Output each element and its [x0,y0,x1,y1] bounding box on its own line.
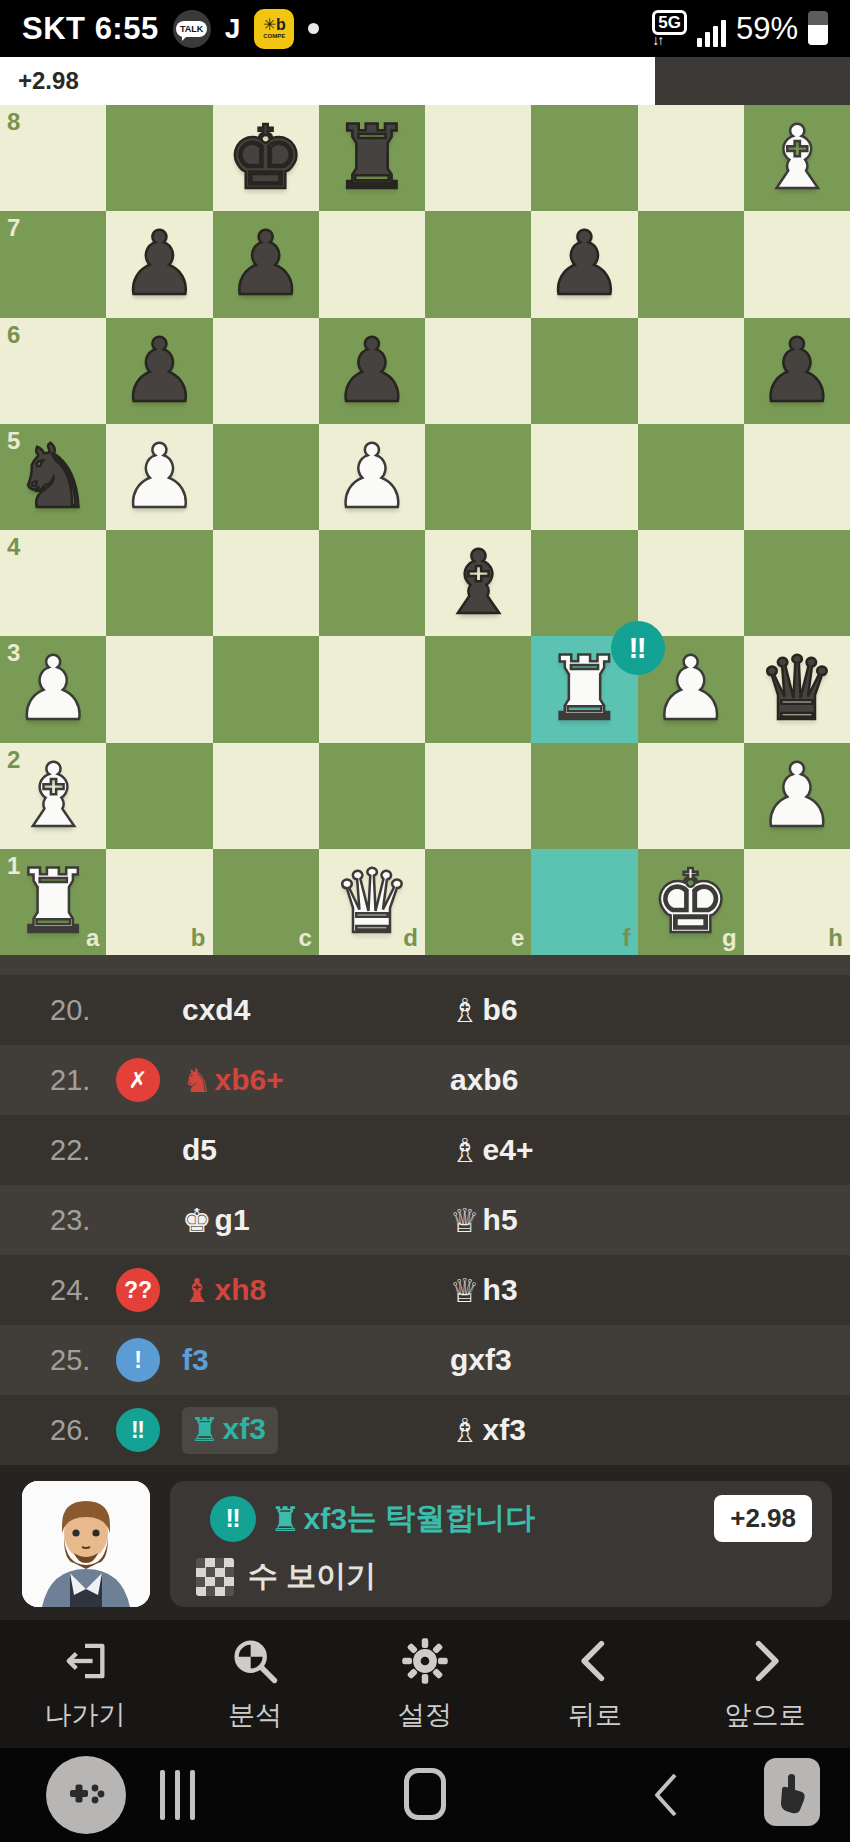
move-row-partial [0,955,850,975]
board-square-c4[interactable] [213,530,319,636]
board-square-a5[interactable]: 5♞ [0,424,106,530]
piece-icon: ♗ [450,1411,480,1450]
board-square-b3[interactable] [106,636,212,742]
show-moves-row[interactable]: 수 보이기 [196,1556,812,1597]
move-text: xb6+ [215,1063,284,1097]
piece-icon: ♜ [190,1410,220,1449]
board-square-h1[interactable]: h [744,849,850,955]
board-square-h6[interactable]: ♟ [744,318,850,424]
move-badge-slot: ! [116,1338,182,1382]
analysis-button[interactable]: 분석 [170,1620,340,1748]
move-text: xf3 [223,1412,266,1446]
board-square-g8[interactable] [638,105,744,211]
board-square-a3[interactable]: 3♟ [0,636,106,742]
rank-label: 2 [7,746,20,774]
black-pawn-b6[interactable]: ♟ [106,318,212,424]
board-brilliant-badge: ‼ [611,621,665,675]
board-square-d3[interactable] [319,636,425,742]
move-badge-slot: ‼ [116,1408,182,1452]
rank-label: 6 [7,321,20,349]
board-square-e8[interactable] [425,105,531,211]
analysis-magnifier-icon [229,1635,281,1687]
rank-label: 5 [7,427,20,455]
rook-icon: ♜ [270,1499,300,1539]
move-row-21: 21.✗♞xb6+axb6 [0,1045,850,1115]
board-square-b8[interactable] [106,105,212,211]
chess-board[interactable]: 8♚♜♝7♟♟♟6♟♟♟5♞♟♟4♝3♟♜♟♛2♝♟1a♜bcd♛efg♚h‼ [0,105,850,955]
game-controller-icon [62,1771,110,1819]
yellow-app-notification-icon: ✳bCOMPE [254,9,294,49]
network-5g-icon: 5G ↓↑ [652,10,687,47]
piece-icon: ♝ [182,1271,212,1310]
move-black[interactable]: axb6 [450,1063,850,1097]
black-pawn-d6[interactable]: ♟ [319,318,425,424]
white-pawn-b5[interactable]: ♟ [106,424,212,530]
board-square-g1[interactable]: g♚ [638,849,744,955]
board-square-c6[interactable] [213,318,319,424]
black-pawn-b7[interactable]: ♟ [106,211,212,317]
evaluation-bar-white-portion: +2.98 [0,57,655,105]
move-black[interactable]: ♗e4+ [450,1131,850,1170]
coach-comment-text: ♜xf3 는 탁월합니다 [270,1498,535,1539]
status-right: 5G ↓↑ 59% [652,10,828,47]
piece-icon: ♕ [450,1271,480,1310]
move-text: d5 [182,1133,217,1167]
black-pawn-h6[interactable]: ♟ [744,318,850,424]
battery-percent: 59% [736,11,798,47]
move-classification-good-icon: ! [116,1338,160,1382]
board-square-e4[interactable]: ♝ [425,530,531,636]
board-square-d2[interactable] [319,743,425,849]
move-row-23: 23.♚g1♕h5 [0,1185,850,1255]
board-square-c5[interactable] [213,424,319,530]
move-black[interactable]: ♕h3 [450,1271,850,1310]
move-classification-brilliant-icon: ‼ [116,1408,160,1452]
j-notification-icon: J [225,13,241,45]
move-number: 24. [50,1274,116,1307]
board-square-h3[interactable]: ♛ [744,636,850,742]
board-square-f7[interactable]: ♟ [531,211,637,317]
move-badge-slot: ✗ [116,1058,182,1102]
dot-notification-icon [308,23,319,34]
white-pawn-d5[interactable]: ♟ [319,424,425,530]
file-label: d [403,924,418,952]
move-text: h5 [483,1203,518,1237]
exit-button[interactable]: 나가기 [0,1620,170,1748]
file-label: g [722,924,737,952]
board-square-c7[interactable]: ♟ [213,211,319,317]
move-number: 22. [50,1134,116,1167]
move-text: xh8 [215,1273,267,1307]
evaluation-bar: +2.98 [0,57,850,105]
board-square-h2[interactable]: ♟ [744,743,850,849]
black-rook-d8[interactable]: ♜ [319,105,425,211]
move-white[interactable]: ♜xf3 [182,1407,450,1454]
rank-label: 8 [7,108,20,136]
rank-label: 3 [7,639,20,667]
black-pawn-f7[interactable]: ♟ [531,211,637,317]
move-black[interactable]: ♗xf3 [450,1411,850,1450]
board-square-f4[interactable] [531,530,637,636]
rank-label: 1 [7,852,20,880]
move-text: xf3 [483,1413,526,1447]
board-square-a4[interactable]: 4 [0,530,106,636]
show-moves-label: 수 보이기 [248,1556,376,1597]
coach-avatar-illustration [22,1481,150,1607]
move-text: e4+ [483,1133,534,1167]
file-label: a [86,924,99,952]
move-white[interactable]: f3 [182,1343,450,1377]
move-white[interactable]: d5 [182,1133,450,1167]
board-square-h8[interactable]: ♝ [744,105,850,211]
coach-section: ‼ ♜xf3 는 탁월합니다 +2.98 수 보이기 [0,1465,850,1620]
move-text: b6 [483,993,518,1027]
file-label: f [623,924,631,952]
board-square-g6[interactable] [638,318,744,424]
board-square-f8[interactable] [531,105,637,211]
move-row-25: 25.!f3gxf3 [0,1325,850,1395]
board-square-c2[interactable] [213,743,319,849]
rank-label: 7 [7,214,20,242]
board-square-f5[interactable] [531,424,637,530]
back-chevron-icon [645,1770,689,1820]
board-square-e3[interactable] [425,636,531,742]
move-row-20: 20.cxd4♗b6 [0,975,850,1045]
white-bishop-h8[interactable]: ♝ [744,105,850,211]
board-square-c1[interactable]: c [213,849,319,955]
move-classification-blunder-icon: ?? [116,1268,160,1312]
board-square-e7[interactable] [425,211,531,317]
move-white[interactable]: ♝xh8 [182,1271,450,1310]
coach-comment-card: ‼ ♜xf3 는 탁월합니다 +2.98 수 보이기 [170,1481,832,1607]
black-pawn-c7[interactable]: ♟ [213,211,319,317]
move-text: f3 [182,1343,209,1377]
board-square-d4[interactable] [319,530,425,636]
exit-icon [59,1635,111,1687]
rank-label: 4 [7,533,20,561]
board-square-f6[interactable] [531,318,637,424]
move-number: 26. [50,1414,116,1447]
move-text: g1 [215,1203,250,1237]
status-left: SKT 6:55 TALK J ✳bCOMPE [22,9,319,49]
battery-icon [808,11,828,45]
move-row-26: 26.‼♜xf3♗xf3 [0,1395,850,1465]
move-list: 20.cxd4♗b621.✗♞xb6+axb622.d5♗e4+23.♚g1♕h… [0,955,850,1465]
move-text: cxd4 [182,993,250,1027]
move-black[interactable]: gxf3 [450,1343,850,1377]
board-square-h7[interactable] [744,211,850,317]
black-queen-h3[interactable]: ♛ [744,636,850,742]
move-number: 25. [50,1344,116,1377]
move-white[interactable]: ♞xb6+ [182,1061,450,1100]
piece-icon: ♗ [450,991,480,1030]
chevron-left-icon [569,1635,621,1687]
board-square-c3[interactable] [213,636,319,742]
coach-avatar[interactable] [22,1481,150,1607]
brilliant-badge-icon: ‼ [210,1496,256,1542]
one-hand-mode-button[interactable] [764,1758,820,1826]
board-square-d8[interactable]: ♜ [319,105,425,211]
black-king-c8[interactable]: ♚ [213,105,319,211]
board-square-b7[interactable]: ♟ [106,211,212,317]
android-nav-bar [0,1748,850,1842]
chess-analysis-screen: SKT 6:55 TALK J ✳bCOMPE 5G ↓↑ 59% +2.98 … [0,0,850,1842]
move-text: gxf3 [450,1343,512,1377]
file-label: c [298,924,311,952]
file-label: e [511,924,524,952]
hand-gesture-icon [772,1768,812,1816]
move-row-24: 24.??♝xh8♕h3 [0,1255,850,1325]
board-square-b5[interactable]: ♟ [106,424,212,530]
piece-icon: ♗ [450,1131,480,1170]
board-square-b6[interactable]: ♟ [106,318,212,424]
white-pawn-h2[interactable]: ♟ [744,743,850,849]
piece-icon: ♕ [450,1201,480,1240]
board-square-a2[interactable]: 2♝ [0,743,106,849]
move-classification-miss-icon: ✗ [116,1058,160,1102]
bottom-toolbar: 나가기 분석 [0,1620,850,1748]
kakaotalk-notification-icon: TALK [173,10,211,48]
board-square-b1[interactable]: b [106,849,212,955]
board-square-a6[interactable]: 6 [0,318,106,424]
file-label: h [828,924,843,952]
move-text: h3 [483,1273,518,1307]
board-square-d1[interactable]: d♛ [319,849,425,955]
board-square-b4[interactable] [106,530,212,636]
board-square-f1[interactable]: f [531,849,637,955]
board-square-g7[interactable] [638,211,744,317]
move-white[interactable]: ♚g1 [182,1201,450,1240]
forward-move-button[interactable]: 앞으로 [680,1620,850,1748]
board-square-h4[interactable] [744,530,850,636]
board-square-c8[interactable]: ♚ [213,105,319,211]
black-bishop-e4[interactable]: ♝ [425,530,531,636]
evaluation-score: +2.98 [18,67,79,95]
move-number: 23. [50,1204,116,1237]
score-pill: +2.98 [714,1495,812,1542]
settings-button[interactable]: 설정 [340,1620,510,1748]
board-square-d6[interactable]: ♟ [319,318,425,424]
back-move-button[interactable]: 뒤로 [510,1620,680,1748]
move-black[interactable]: ♕h5 [450,1201,850,1240]
move-badge-slot: ?? [116,1268,182,1312]
status-bar: SKT 6:55 TALK J ✳bCOMPE 5G ↓↑ 59% [0,0,850,57]
move-row-22: 22.d5♗e4+ [0,1115,850,1185]
file-label: b [191,924,206,952]
back-nav-button[interactable] [645,1770,689,1824]
chevron-right-icon [739,1635,791,1687]
board-square-a8[interactable]: 8 [0,105,106,211]
board-square-e5[interactable] [425,424,531,530]
board-square-b2[interactable] [106,743,212,849]
move-black[interactable]: ♗b6 [450,991,850,1030]
piece-icon: ♞ [182,1061,212,1100]
board-square-g4[interactable] [638,530,744,636]
recents-button[interactable] [160,1770,195,1820]
board-square-g2[interactable] [638,743,744,849]
board-square-e2[interactable] [425,743,531,849]
game-launcher-button[interactable] [46,1756,126,1834]
board-square-g5[interactable] [638,424,744,530]
piece-icon: ♚ [182,1201,212,1240]
board-square-d5[interactable]: ♟ [319,424,425,530]
board-square-f2[interactable] [531,743,637,849]
board-square-d7[interactable] [319,211,425,317]
move-white[interactable]: cxd4 [182,993,450,1027]
move-text: axb6 [450,1063,518,1097]
carrier-and-time: SKT 6:55 [22,11,159,47]
signal-strength-icon [697,17,726,47]
checkerboard-icon [196,1558,234,1596]
move-number: 21. [50,1064,116,1097]
coach-comment-line: ‼ ♜xf3 는 탁월합니다 +2.98 [210,1495,812,1542]
board-square-e6[interactable] [425,318,531,424]
board-square-h5[interactable] [744,424,850,530]
board-square-a1[interactable]: 1a♜ [0,849,106,955]
home-button[interactable] [404,1768,446,1820]
move-number: 20. [50,994,116,1027]
board-square-e1[interactable]: e [425,849,531,955]
board-square-a7[interactable]: 7 [0,211,106,317]
gear-icon [399,1635,451,1687]
